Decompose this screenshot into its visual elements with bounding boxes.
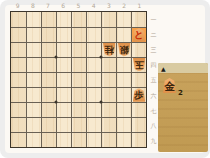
rank-label-1: 一 bbox=[149, 16, 158, 25]
board-square-5-3[interactable] bbox=[71, 42, 86, 57]
piece-kanji: 銀 bbox=[119, 43, 129, 56]
board-square-1-6[interactable]: 歩 bbox=[131, 87, 146, 102]
file-label-7: 7 bbox=[40, 2, 55, 9]
hoshi-dot bbox=[100, 101, 103, 104]
board-square-3-5[interactable] bbox=[101, 72, 116, 87]
board-square-1-2[interactable]: と bbox=[131, 27, 146, 42]
hand-tray-header: ▲ bbox=[158, 63, 208, 73]
board-square-6-7[interactable] bbox=[56, 102, 71, 117]
piece-kanji: 歩 bbox=[134, 89, 144, 102]
rank-label-3: 三 bbox=[149, 46, 158, 55]
rank-label-8: 八 bbox=[149, 122, 158, 131]
board-square-6-8[interactable] bbox=[56, 117, 71, 132]
piece-kanji: 玉 bbox=[134, 58, 144, 71]
board-square-2-4[interactable] bbox=[116, 57, 131, 72]
file-label-2: 2 bbox=[117, 2, 132, 9]
board-square-9-6[interactable] bbox=[11, 87, 26, 102]
app-frame: と桂銀玉歩 ▲ 金 2 987654321一二三四五六七八九 bbox=[0, 0, 210, 158]
piece-sente-1二[interactable]: と bbox=[133, 28, 146, 42]
rank-label-6: 六 bbox=[149, 92, 158, 101]
board-square-7-5[interactable] bbox=[41, 72, 56, 87]
board-square-2-9[interactable] bbox=[116, 132, 131, 147]
rank-label-2: 二 bbox=[149, 31, 158, 40]
board-square-8-4[interactable] bbox=[26, 57, 41, 72]
board-square-1-1[interactable] bbox=[131, 12, 146, 27]
board-square-2-8[interactable] bbox=[116, 117, 131, 132]
board-square-9-1[interactable] bbox=[11, 12, 26, 27]
board-square-2-7[interactable] bbox=[116, 102, 131, 117]
piece-sente-1六[interactable]: 歩 bbox=[133, 88, 146, 102]
shogi-board: と桂銀玉歩 bbox=[10, 11, 147, 148]
board-square-3-2[interactable] bbox=[101, 27, 116, 42]
board-square-4-6[interactable] bbox=[86, 87, 101, 102]
hand-piece-count: 2 bbox=[178, 89, 183, 97]
board-square-9-5[interactable] bbox=[11, 72, 26, 87]
rank-label-4: 四 bbox=[149, 61, 158, 70]
board-square-8-8[interactable] bbox=[26, 117, 41, 132]
file-label-6: 6 bbox=[56, 2, 71, 9]
piece-gote-3三[interactable]: 桂 bbox=[103, 43, 116, 57]
hand-piece-gold[interactable]: 金 bbox=[163, 78, 176, 93]
board-square-2-1[interactable] bbox=[116, 12, 131, 27]
board-square-9-8[interactable] bbox=[11, 117, 26, 132]
board-square-5-7[interactable] bbox=[71, 102, 86, 117]
board-square-5-8[interactable] bbox=[71, 117, 86, 132]
board-square-8-5[interactable] bbox=[26, 72, 41, 87]
board-square-1-8[interactable] bbox=[131, 117, 146, 132]
hoshi-dot bbox=[100, 55, 103, 58]
board-square-9-4[interactable] bbox=[11, 57, 26, 72]
board-square-8-2[interactable] bbox=[26, 27, 41, 42]
board-square-5-9[interactable] bbox=[71, 132, 86, 147]
board-square-9-9[interactable] bbox=[11, 132, 26, 147]
board-square-3-8[interactable] bbox=[101, 117, 116, 132]
board-square-4-7[interactable] bbox=[86, 102, 101, 117]
board-square-8-7[interactable] bbox=[26, 102, 41, 117]
board-square-7-8[interactable] bbox=[41, 117, 56, 132]
sente-hand-tray: ▲ 金 2 bbox=[158, 63, 208, 152]
board-square-7-1[interactable] bbox=[41, 12, 56, 27]
hand-piece-kanji: 金 bbox=[164, 79, 175, 93]
board-square-7-4[interactable] bbox=[41, 57, 56, 72]
board-square-7-6[interactable] bbox=[41, 87, 56, 102]
board-square-5-5[interactable] bbox=[71, 72, 86, 87]
hoshi-dot bbox=[54, 101, 57, 104]
board-square-3-1[interactable] bbox=[101, 12, 116, 27]
board-square-1-7[interactable] bbox=[131, 102, 146, 117]
board-square-9-7[interactable] bbox=[11, 102, 26, 117]
board-square-6-6[interactable] bbox=[56, 87, 71, 102]
file-label-3: 3 bbox=[101, 2, 116, 9]
board-square-8-3[interactable] bbox=[26, 42, 41, 57]
board-square-6-4[interactable] bbox=[56, 57, 71, 72]
rank-label-5: 五 bbox=[149, 76, 158, 85]
rank-label-9: 九 bbox=[149, 137, 158, 146]
board-square-4-3[interactable] bbox=[86, 42, 101, 57]
board-square-4-9[interactable] bbox=[86, 132, 101, 147]
board-square-6-2[interactable] bbox=[56, 27, 71, 42]
piece-gote-1四[interactable]: 玉 bbox=[133, 58, 146, 72]
file-label-5: 5 bbox=[71, 2, 86, 9]
board-square-8-9[interactable] bbox=[26, 132, 41, 147]
board-square-4-8[interactable] bbox=[86, 117, 101, 132]
board-square-5-1[interactable] bbox=[71, 12, 86, 27]
board-square-4-2[interactable] bbox=[86, 27, 101, 42]
piece-kanji: 桂 bbox=[104, 43, 114, 56]
board-square-7-7[interactable] bbox=[41, 102, 56, 117]
hoshi-dot bbox=[54, 55, 57, 58]
board-square-8-6[interactable] bbox=[26, 87, 41, 102]
board-square-5-6[interactable] bbox=[71, 87, 86, 102]
board-square-2-3[interactable]: 銀 bbox=[116, 42, 131, 57]
board-square-7-2[interactable] bbox=[41, 27, 56, 42]
board-square-6-9[interactable] bbox=[56, 132, 71, 147]
file-label-8: 8 bbox=[25, 2, 40, 9]
board-square-6-5[interactable] bbox=[56, 72, 71, 87]
file-label-9: 9 bbox=[10, 2, 25, 9]
board-square-9-3[interactable] bbox=[11, 42, 26, 57]
board-square-2-2[interactable] bbox=[116, 27, 131, 42]
board-square-2-6[interactable] bbox=[116, 87, 131, 102]
piece-gote-2三[interactable]: 銀 bbox=[118, 43, 131, 57]
board-square-9-2[interactable] bbox=[11, 27, 26, 42]
board-square-4-5[interactable] bbox=[86, 72, 101, 87]
board-square-7-9[interactable] bbox=[41, 132, 56, 147]
file-label-4: 4 bbox=[86, 2, 101, 9]
board-square-1-9[interactable] bbox=[131, 132, 146, 147]
board-square-3-4[interactable] bbox=[101, 57, 116, 72]
board-square-1-5[interactable] bbox=[131, 72, 146, 87]
board-square-4-1[interactable] bbox=[86, 12, 101, 27]
board-square-6-1[interactable] bbox=[56, 12, 71, 27]
piece-kanji: と bbox=[134, 29, 144, 42]
board-square-8-1[interactable] bbox=[26, 12, 41, 27]
board-square-5-2[interactable] bbox=[71, 27, 86, 42]
board-square-3-7[interactable] bbox=[101, 102, 116, 117]
file-label-1: 1 bbox=[132, 2, 147, 9]
board-square-3-3[interactable]: 桂 bbox=[101, 42, 116, 57]
sente-indicator-icon: ▲ bbox=[161, 65, 166, 72]
rank-label-7: 七 bbox=[149, 107, 158, 116]
board-square-1-4[interactable]: 玉 bbox=[131, 57, 146, 72]
board-square-2-5[interactable] bbox=[116, 72, 131, 87]
board-square-6-3[interactable] bbox=[56, 42, 71, 57]
board-square-3-6[interactable] bbox=[101, 87, 116, 102]
board-square-4-4[interactable] bbox=[86, 57, 101, 72]
board-square-5-4[interactable] bbox=[71, 57, 86, 72]
board-square-3-9[interactable] bbox=[101, 132, 116, 147]
board-square-1-3[interactable] bbox=[131, 42, 146, 57]
